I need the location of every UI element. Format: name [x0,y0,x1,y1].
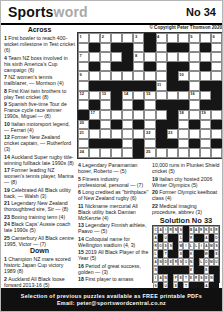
clue: 1 First bowler to reach 400-wicket miles… [4,35,75,53]
grid-cell[interactable] [178,52,189,62]
grid-cell[interactable] [144,52,155,62]
cell-number: 16 [190,91,194,96]
grid-cell[interactable] [122,120,133,130]
black-cell [200,43,211,53]
grid-cell[interactable] [111,71,122,81]
black-cell [122,81,133,91]
grid-cell[interactable] [133,71,144,81]
clue: 15 2019 All Black Player of the Year (5) [78,249,149,261]
puzzle-page: Sportsword No 34 © Copyright Peter Thoms… [0,0,223,312]
black-cell [200,100,211,110]
black-cell [111,100,122,110]
grid-cell[interactable] [100,129,111,139]
clue: 14 Colloquial name for Wellington stadiu… [78,236,149,248]
crossword-grid[interactable]: 1234567891011121314151617181920212223242… [77,32,223,159]
grid-cell[interactable] [211,43,222,53]
cell-number: 22 [146,130,150,135]
grid-cell[interactable] [111,129,122,139]
black-cell [111,91,122,101]
issue-number: No 34 [186,6,216,18]
clue-column-middle: 4 Legendary Panamanian boxer, Roberto — … [78,162,149,284]
clue: 10,000 runs in Plunket Shield cricket (5… [152,162,220,174]
grid-cell[interactable] [100,120,111,130]
cell-number: 12 [80,91,84,96]
grid-cell[interactable] [156,71,167,81]
black-cell [111,120,122,130]
black-cell [133,120,144,130]
grid-cell[interactable] [211,129,222,139]
grid-cell[interactable] [167,33,178,43]
grid-cell[interactable] [167,148,178,158]
grid-cell[interactable] [189,71,200,81]
grid-cell[interactable] [89,71,100,81]
grid-cell[interactable] [178,33,189,43]
grid-cell[interactable]: 11 [156,81,167,91]
grid-cell[interactable] [156,43,167,53]
cell-number: 19 [201,110,205,115]
grid-cell[interactable]: 1 [78,33,89,43]
solution-letter-cell: U [214,258,219,266]
grid-cell[interactable] [133,110,144,120]
clue: 7 NZ women's tennis trailblazer, — Morri… [4,74,75,86]
grid-cell[interactable] [156,52,167,62]
cell-number: 25 [146,149,150,154]
clue: 19 Celebrated All Black utility back, — … [4,187,75,199]
black-cell [167,43,178,53]
title-bold: Sports [8,4,54,20]
across-heading: Across [4,27,75,33]
grid-cell[interactable]: 13 [100,91,111,101]
cell-number: 9 [80,72,82,77]
grid-cell[interactable]: 12 [78,91,89,101]
black-cell [144,43,155,53]
grid-cell[interactable] [167,91,178,101]
cell-number: 23 [168,130,172,135]
clue: 24 Black Caps' Aussie coach late 1990s (… [4,221,75,233]
grid-cell[interactable] [89,129,100,139]
grid-cell[interactable] [211,148,222,158]
cell-number: 5 [190,34,192,39]
grid-cell[interactable] [122,139,133,149]
grid-cell[interactable] [133,62,144,72]
cell-number: 24 [80,149,84,154]
grid-cell[interactable] [144,120,155,130]
grid-cell[interactable] [133,43,144,53]
title-light: word [54,4,88,20]
black-cell [167,139,178,149]
black-cell [211,139,222,149]
grid-cell[interactable] [156,148,167,158]
grid-cell[interactable]: 18 [178,110,189,120]
grid-cell[interactable] [100,110,111,120]
grid-cell[interactable] [200,52,211,62]
grid-cell[interactable] [89,33,100,43]
grid-cell[interactable]: 25 [144,148,155,158]
grid-cell[interactable]: 4 [156,33,167,43]
cell-number: 18 [179,110,183,115]
grid-cell[interactable]: 3 [133,33,144,43]
black-cell [111,43,122,53]
grid-cell[interactable] [200,139,211,149]
black-cell [89,81,100,91]
black-cell [144,62,155,72]
black-cell [89,100,100,110]
grid-cell[interactable] [78,81,89,91]
grid-cell[interactable] [156,62,167,72]
grid-cell[interactable] [178,91,189,101]
grid-cell[interactable]: 17 [89,110,100,120]
black-cell [178,62,189,72]
cell-number: 1 [80,34,82,39]
grid-cell[interactable] [78,100,89,110]
black-cell [144,81,155,91]
black-cell [178,81,189,91]
clue: 4 Legendary Panamanian boxer, Roberto — … [78,162,149,174]
cell-number: 21 [80,130,84,135]
black-cell [78,110,89,120]
across-clue-list: 1 First bowler to reach 400-wicket miles… [4,35,75,247]
grid-cell[interactable]: 9 [78,71,89,81]
clue: 8 First Kiwi twin brothers to play Test … [4,88,75,100]
clue: 22 Medical imaging procedure, abbrev (3) [152,203,220,215]
page-title: Sportsword [8,4,88,20]
grid-cell[interactable]: 23 [167,129,178,139]
grid-cell[interactable] [122,110,133,120]
grid-cell[interactable]: 2 [100,33,111,43]
black-cell [167,120,178,130]
grid-cell[interactable] [122,33,133,43]
black-cell [167,110,178,120]
black-cell [156,139,167,149]
clue: 20 Former Olympic keelboat class (4) [152,189,220,201]
black-cell [189,120,200,130]
black-cell [178,43,189,53]
grid-cell[interactable] [89,148,100,158]
solution-grid: CAIRNSBARKERAULRADROSSWILLIAMSLTSKWEANDE… [152,225,220,283]
footer-promo-text: Selection of previous puzzles available … [1,293,222,299]
grid-cell[interactable] [144,110,155,120]
clue-column-right: 10,000 runs in Plunket Shield cricket (5… [152,162,220,283]
grid-cell[interactable] [122,148,133,158]
cell-number: 3 [135,34,137,39]
solution-black-cell [214,274,219,282]
grid-cell[interactable] [200,120,211,130]
copyright-line: © Copyright Peter Thomson 2020 [77,25,222,30]
cell-number: 6 [212,34,214,39]
black-cell [156,120,167,130]
grid-cell[interactable]: 24 [78,148,89,158]
grid-cell[interactable]: 16 [189,91,200,101]
down-clue-list-middle: 4 Legendary Panamanian boxer, Roberto — … [78,162,149,282]
grid-cell[interactable] [100,100,111,110]
grid-cell[interactable]: 22 [144,129,155,139]
black-cell [133,100,144,110]
grid-cell[interactable] [122,129,133,139]
grid-cell[interactable] [211,110,222,120]
black-cell [167,100,178,110]
solution-letter-cell: R [214,226,219,234]
grid-cell[interactable] [178,139,189,149]
black-cell [211,81,222,91]
grid-cell[interactable] [178,148,189,158]
grid-cell[interactable]: 5 [189,33,200,43]
grid-cell[interactable] [100,148,111,158]
page-header: Sportsword No 34 [1,1,222,25]
clue-column-left: Across 1 First bowler to reach 400-wicke… [4,26,75,303]
grid-cell[interactable] [189,129,200,139]
grid-cell[interactable] [78,43,89,53]
clue: 19 Italian city hosted 2006 Winter Olymp… [152,176,220,188]
grid-cell[interactable] [200,129,211,139]
grid-cell[interactable] [156,110,167,120]
grid-cell[interactable] [200,71,211,81]
cell-number: 8 [135,53,137,58]
black-cell [167,71,178,81]
grid-cell[interactable] [89,52,100,62]
grid-cell[interactable]: 7 [78,52,89,62]
black-cell [122,62,133,72]
solution-letter-cell: S [214,242,219,250]
black-cell [156,100,167,110]
solution-letter-cell: D [214,234,219,242]
grid-cell[interactable] [133,129,144,139]
black-cell [89,62,100,72]
cell-number: 4 [157,34,159,39]
grid-cell[interactable] [189,43,200,53]
clue: 5 Fitness industry professional, persona… [78,176,149,188]
black-cell [133,81,144,91]
grid-cell[interactable]: 15 [144,91,155,101]
black-cell [111,139,122,149]
footer-email-text[interactable]: Email: peter@sportswordcentral.co.nz [1,300,222,306]
grid-cell[interactable] [189,148,200,158]
black-cell [167,62,178,72]
grid-cell[interactable]: 8 [133,52,144,62]
grid-cell[interactable] [200,91,211,101]
clue: 13 Legendary Finnish athlete, Paavo — (5… [78,222,149,234]
black-cell [111,81,122,91]
grid-cell[interactable] [211,52,222,62]
black-cell [211,91,222,101]
clue: 12 Former New Zealand cricket captain, —… [4,134,75,152]
black-cell [100,81,111,91]
grid-cell[interactable]: 20 [78,120,89,130]
footer-banner: Selection of previous puzzles available … [1,288,222,311]
grid-cell[interactable] [89,91,100,101]
grid-cell[interactable]: 10 [178,71,189,81]
black-cell [189,139,200,149]
clue: 17 Former leading NZ women's tennis play… [4,167,75,185]
cell-number: 15 [146,91,150,96]
solution-heading: Solution No 33 [152,218,220,224]
grid-cell[interactable] [144,100,155,110]
black-cell [133,139,144,149]
cell-number: 20 [80,120,84,125]
cell-number: 11 [157,82,161,87]
clue: 4 Team NZ boss involved in his sixth Ame… [4,55,75,73]
black-cell [89,120,100,130]
grid-cell[interactable] [189,52,200,62]
grid-cell[interactable] [200,148,211,158]
grid-cell[interactable] [122,71,133,81]
cell-number: 2 [102,34,104,39]
clue: 23 Boxing training term (4) [4,214,75,220]
grid-cell[interactable] [111,33,122,43]
black-cell [200,62,211,72]
black-cell [100,139,111,149]
solution-black-cell [214,266,219,274]
solution-letter-cell: E [214,250,219,258]
black-cell [122,43,133,53]
grid-cell[interactable] [211,71,222,81]
black-cell [200,81,211,91]
black-cell [144,33,155,43]
grid-cell[interactable] [100,43,111,53]
grid-cell[interactable] [100,62,111,72]
grid-cell[interactable] [133,91,144,101]
clue: 16 Period of great success, golden — (3) [78,263,149,275]
clue: 2 Auckland All Black loose forward 2013-… [4,276,75,288]
grid-cell[interactable] [78,139,89,149]
black-cell [211,120,222,130]
clue: 14 Auckland Super rugby title-winning fu… [4,154,75,166]
grid-cell[interactable] [111,52,122,62]
black-cell [89,43,100,53]
grid-cell[interactable] [122,100,133,110]
grid-cell[interactable] [189,110,200,120]
clue: 11 Nickname mercurial All Black utility … [78,203,149,221]
grid-cell[interactable] [144,139,155,149]
black-cell [122,52,133,62]
grid-cell[interactable] [100,52,111,62]
cell-number: 7 [80,53,82,58]
black-cell [211,100,222,110]
clue: 21 Legendary New Zealand thoroughbred si… [4,200,75,212]
cell-number: 17 [91,110,95,115]
black-cell [89,139,100,149]
grid-cell[interactable] [78,62,89,72]
grid-cell[interactable] [211,62,222,72]
clue: 18 First player to amass [78,276,149,282]
grid-cell[interactable]: 14 [122,91,133,101]
clue: 9 Spanish five-time Tour de France cycle… [4,101,75,119]
grid-cell[interactable] [111,110,122,120]
clue: 25 Canterbury All Black centre 1995, Vic… [4,235,75,247]
grid-cell[interactable] [200,33,211,43]
black-cell [156,129,167,139]
cell-number: 14 [124,91,128,96]
clue: 1 Champion NZ mare scored historic Japan… [4,256,75,274]
grid-cell[interactable] [144,71,155,81]
grid-cell[interactable] [189,81,200,91]
grid-cell[interactable] [189,100,200,110]
clue: 6 Long credited as "birthplace" of New Z… [78,189,149,201]
grid-cell[interactable] [167,52,178,62]
grid-cell[interactable]: 6 [211,33,222,43]
clue: 10 Italian motorsport legend, — Ferrari … [4,121,75,133]
black-cell [178,100,189,110]
grid-cell[interactable]: 19 [200,110,211,120]
down-clue-list-right: 10,000 runs in Plunket Shield cricket (5… [152,162,220,215]
grid-cell[interactable] [178,129,189,139]
grid-cell[interactable] [111,148,122,158]
black-cell [133,148,144,158]
grid-cell[interactable] [178,120,189,130]
grid-cell[interactable]: 21 [78,129,89,139]
down-heading: Down [4,248,75,254]
grid-cell[interactable] [156,91,167,101]
black-cell [167,81,178,91]
cell-number: 10 [179,72,183,77]
black-cell [111,62,122,72]
grid-cell[interactable] [100,71,111,81]
grid-cell[interactable] [189,62,200,72]
cell-number: 13 [102,91,106,96]
